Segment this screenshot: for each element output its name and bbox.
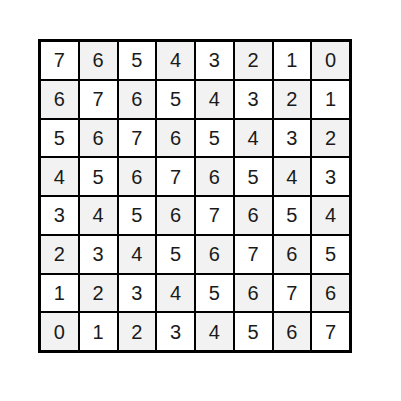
cell-r7-c3[interactable]: 3	[157, 313, 194, 350]
cell-r7-c1[interactable]: 1	[80, 313, 117, 350]
cell-r0-c6[interactable]: 1	[274, 42, 311, 79]
cell-r7-c5[interactable]: 5	[235, 313, 272, 350]
cell-r7-c7[interactable]: 7	[312, 313, 349, 350]
cell-r2-c7[interactable]: 2	[312, 120, 349, 157]
cell-r0-c5[interactable]: 2	[235, 42, 272, 79]
cell-r7-c6[interactable]: 6	[274, 313, 311, 350]
cell-r4-c6[interactable]: 5	[274, 197, 311, 234]
cell-r2-c0[interactable]: 5	[41, 120, 78, 157]
cell-r4-c3[interactable]: 6	[157, 197, 194, 234]
page-background: 7654321067654321567654324567654334567654…	[0, 0, 401, 401]
cell-r7-c2[interactable]: 2	[119, 313, 156, 350]
cell-r3-c7[interactable]: 3	[312, 158, 349, 195]
cell-r5-c2[interactable]: 4	[119, 236, 156, 273]
cell-r2-c1[interactable]: 6	[80, 120, 117, 157]
cell-r3-c2[interactable]: 6	[119, 158, 156, 195]
cell-r2-c2[interactable]: 7	[119, 120, 156, 157]
cell-r0-c7[interactable]: 0	[312, 42, 349, 79]
cell-r6-c2[interactable]: 3	[119, 275, 156, 312]
cell-r1-c0[interactable]: 6	[41, 81, 78, 118]
cell-r2-c5[interactable]: 4	[235, 120, 272, 157]
cell-r0-c3[interactable]: 4	[157, 42, 194, 79]
cell-r4-c7[interactable]: 4	[312, 197, 349, 234]
cell-r3-c1[interactable]: 5	[80, 158, 117, 195]
cell-r4-c1[interactable]: 4	[80, 197, 117, 234]
cell-r3-c5[interactable]: 5	[235, 158, 272, 195]
cell-r6-c4[interactable]: 5	[196, 275, 233, 312]
cell-r6-c6[interactable]: 7	[274, 275, 311, 312]
cell-r6-c1[interactable]: 2	[80, 275, 117, 312]
cell-r2-c3[interactable]: 6	[157, 120, 194, 157]
cell-r5-c3[interactable]: 5	[157, 236, 194, 273]
cell-r1-c1[interactable]: 7	[80, 81, 117, 118]
cell-r1-c3[interactable]: 5	[157, 81, 194, 118]
cell-r7-c0[interactable]: 0	[41, 313, 78, 350]
cell-r5-c5[interactable]: 7	[235, 236, 272, 273]
cell-r4-c0[interactable]: 3	[41, 197, 78, 234]
cell-r5-c0[interactable]: 2	[41, 236, 78, 273]
cell-r0-c4[interactable]: 3	[196, 42, 233, 79]
cell-r3-c0[interactable]: 4	[41, 158, 78, 195]
cell-r6-c5[interactable]: 6	[235, 275, 272, 312]
cell-r5-c7[interactable]: 5	[312, 236, 349, 273]
cell-r4-c2[interactable]: 5	[119, 197, 156, 234]
cell-r3-c6[interactable]: 4	[274, 158, 311, 195]
cell-r0-c0[interactable]: 7	[41, 42, 78, 79]
cell-r1-c2[interactable]: 6	[119, 81, 156, 118]
cell-r4-c5[interactable]: 6	[235, 197, 272, 234]
cell-r6-c7[interactable]: 6	[312, 275, 349, 312]
cell-r3-c4[interactable]: 6	[196, 158, 233, 195]
cell-r0-c1[interactable]: 6	[80, 42, 117, 79]
cell-r2-c4[interactable]: 5	[196, 120, 233, 157]
cell-r0-c2[interactable]: 5	[119, 42, 156, 79]
cell-r5-c4[interactable]: 6	[196, 236, 233, 273]
cell-r3-c3[interactable]: 7	[157, 158, 194, 195]
cell-r7-c4[interactable]: 4	[196, 313, 233, 350]
cell-r2-c6[interactable]: 3	[274, 120, 311, 157]
number-grid-board: 7654321067654321567654324567654334567654…	[38, 39, 352, 353]
cell-r4-c4[interactable]: 7	[196, 197, 233, 234]
cell-r1-c7[interactable]: 1	[312, 81, 349, 118]
cell-r6-c3[interactable]: 4	[157, 275, 194, 312]
cell-r5-c1[interactable]: 3	[80, 236, 117, 273]
cell-r1-c4[interactable]: 4	[196, 81, 233, 118]
cell-r5-c6[interactable]: 6	[274, 236, 311, 273]
cell-r1-c5[interactable]: 3	[235, 81, 272, 118]
cell-r1-c6[interactable]: 2	[274, 81, 311, 118]
cell-r6-c0[interactable]: 1	[41, 275, 78, 312]
